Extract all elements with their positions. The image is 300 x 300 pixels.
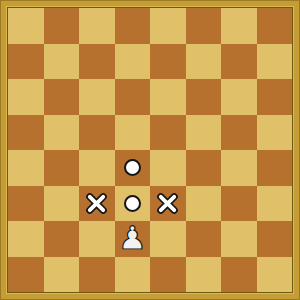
square-f4[interactable] [186,150,222,186]
square-a3[interactable] [8,186,44,222]
square-e6[interactable] [150,79,186,115]
square-e1[interactable] [150,257,186,293]
square-f8[interactable] [186,8,222,44]
square-h8[interactable] [257,8,293,44]
square-a4[interactable] [8,150,44,186]
square-e5[interactable] [150,115,186,151]
board-border: ♟ [7,7,293,293]
square-f3[interactable] [186,186,222,222]
capture-cross-e3[interactable] [156,192,179,215]
square-c7[interactable] [79,44,115,80]
board-frame: ♟ [0,0,300,300]
square-b5[interactable] [44,115,80,151]
square-h4[interactable] [257,150,293,186]
square-g4[interactable] [221,150,257,186]
square-a6[interactable] [8,79,44,115]
square-f7[interactable] [186,44,222,80]
square-a8[interactable] [8,8,44,44]
square-c5[interactable] [79,115,115,151]
white-pawn[interactable]: ♟ [118,222,147,254]
square-a7[interactable] [8,44,44,80]
square-d1[interactable] [115,257,151,293]
square-b4[interactable] [44,150,80,186]
square-g7[interactable] [221,44,257,80]
square-d2[interactable]: ♟ [115,221,151,257]
square-e8[interactable] [150,8,186,44]
square-d3[interactable] [115,186,151,222]
square-f1[interactable] [186,257,222,293]
square-e3[interactable] [150,186,186,222]
square-h1[interactable] [257,257,293,293]
square-g3[interactable] [221,186,257,222]
square-f2[interactable] [186,221,222,257]
square-b7[interactable] [44,44,80,80]
square-b2[interactable] [44,221,80,257]
square-d7[interactable] [115,44,151,80]
square-c8[interactable] [79,8,115,44]
square-b8[interactable] [44,8,80,44]
square-c2[interactable] [79,221,115,257]
square-d5[interactable] [115,115,151,151]
square-e2[interactable] [150,221,186,257]
square-a1[interactable] [8,257,44,293]
square-g1[interactable] [221,257,257,293]
chess-board: ♟ [8,8,292,292]
capture-cross-c3[interactable] [85,192,108,215]
square-d6[interactable] [115,79,151,115]
square-b3[interactable] [44,186,80,222]
move-dot-d3[interactable] [124,195,141,212]
square-f6[interactable] [186,79,222,115]
square-d4[interactable] [115,150,151,186]
square-h2[interactable] [257,221,293,257]
square-c6[interactable] [79,79,115,115]
square-b6[interactable] [44,79,80,115]
square-g6[interactable] [221,79,257,115]
square-c4[interactable] [79,150,115,186]
square-c3[interactable] [79,186,115,222]
square-h5[interactable] [257,115,293,151]
square-h3[interactable] [257,186,293,222]
square-e7[interactable] [150,44,186,80]
square-f5[interactable] [186,115,222,151]
square-g5[interactable] [221,115,257,151]
square-d8[interactable] [115,8,151,44]
square-g8[interactable] [221,8,257,44]
square-h7[interactable] [257,44,293,80]
square-b1[interactable] [44,257,80,293]
square-c1[interactable] [79,257,115,293]
square-a2[interactable] [8,221,44,257]
move-dot-d4[interactable] [124,159,141,176]
square-g2[interactable] [221,221,257,257]
square-h6[interactable] [257,79,293,115]
square-e4[interactable] [150,150,186,186]
square-a5[interactable] [8,115,44,151]
